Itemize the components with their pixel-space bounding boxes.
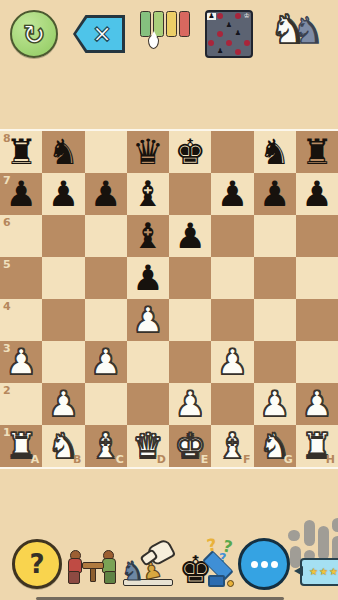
- square-f6[interactable]: [211, 215, 253, 257]
- store-logo-icon: [318, 526, 329, 560]
- mini-red-dot: [217, 13, 223, 19]
- mini-red-dot: [235, 13, 241, 19]
- rank-label: 1: [3, 426, 11, 439]
- rank-label: 4: [3, 300, 11, 313]
- piece-black-bishop[interactable]: ♝: [127, 173, 169, 215]
- piece-black-pawn[interactable]: ♟: [127, 257, 169, 299]
- mini-piece: ♟: [217, 48, 223, 55]
- square-h8[interactable]: ♜: [296, 131, 338, 173]
- square-c4[interactable]: [85, 299, 127, 341]
- square-c2[interactable]: [85, 383, 127, 425]
- mini-red-dot: [235, 49, 241, 55]
- stool-left-icon: [68, 571, 80, 584]
- mini-piece: ♟: [226, 22, 232, 29]
- mini-square: ♟: [207, 13, 216, 20]
- square-f3[interactable]: ♟: [211, 341, 253, 383]
- difficulty-button[interactable]: [140, 11, 190, 57]
- piece-white-pawn[interactable]: ♟: [42, 383, 84, 425]
- square-d1[interactable]: D♛: [127, 425, 169, 467]
- app-store-rate-badge[interactable]: ★★★: [288, 518, 338, 590]
- chess-board: 8♜♞♛♚♞♜7♟♟♟♝♟♟♟6♝♟5♟4♟3♟♟♟2♟♟♟♟1A♜B♞C♝D♛…: [0, 129, 338, 469]
- square-h4[interactable]: [296, 299, 338, 341]
- droplet-icon: [148, 35, 159, 49]
- square-b4[interactable]: [42, 299, 84, 341]
- square-g3[interactable]: [254, 341, 296, 383]
- piece-white-pawn[interactable]: ♟: [254, 383, 296, 425]
- square-a3[interactable]: 3♟: [0, 341, 42, 383]
- square-f2[interactable]: [211, 383, 253, 425]
- rank-label: 3: [3, 342, 11, 355]
- square-e2[interactable]: ♟: [169, 383, 211, 425]
- mini-square: [242, 40, 251, 46]
- square-b6[interactable]: [42, 215, 84, 257]
- square-a6[interactable]: 6: [0, 215, 42, 257]
- square-a4[interactable]: 4: [0, 299, 42, 341]
- square-g7[interactable]: ♟: [254, 173, 296, 215]
- square-g6[interactable]: [254, 215, 296, 257]
- square-c5[interactable]: [85, 257, 127, 299]
- mini-square: ♟: [216, 48, 225, 55]
- mini-square: [207, 40, 216, 46]
- mini-piece: ♟: [208, 13, 214, 20]
- rank-label: 8: [3, 132, 11, 145]
- board-setup-button[interactable]: ♞ ♟: [121, 540, 175, 588]
- square-h2[interactable]: ♟: [296, 383, 338, 425]
- piece-white-pawn[interactable]: ♟: [296, 383, 338, 425]
- store-logo-icon: [304, 520, 315, 546]
- file-label: B: [73, 453, 81, 466]
- chess-app-screen: ↻ × ♟♔♟♟♟ ♞ ♞ 8♜♞♛♚♞♜7♟♟♟♝♟♟♟6♝♟5♟4♟3♟♟♟…: [0, 0, 338, 600]
- square-e5[interactable]: [169, 257, 211, 299]
- dot-icon: [251, 561, 258, 568]
- square-f8[interactable]: [211, 131, 253, 173]
- mini-square: [233, 13, 242, 19]
- difficulty-bar: [166, 11, 177, 37]
- mini-square: ♟: [225, 22, 234, 29]
- square-h6[interactable]: [296, 215, 338, 257]
- piece-white-pawn[interactable]: ♟: [127, 299, 169, 341]
- square-d5[interactable]: ♟: [127, 257, 169, 299]
- mini-square: ♔: [242, 13, 251, 20]
- piece-black-pawn[interactable]: ♟: [296, 173, 338, 215]
- square-g2[interactable]: ♟: [254, 383, 296, 425]
- top-toolbar: ↻ × ♟♔♟♟♟ ♞ ♞: [0, 6, 338, 62]
- play-friend-button[interactable]: [66, 542, 118, 586]
- dot-icon: [261, 561, 268, 568]
- file-label: A: [31, 453, 40, 466]
- file-label: C: [116, 453, 124, 466]
- square-a5[interactable]: 5: [0, 257, 42, 299]
- piece-black-pawn[interactable]: ♟: [169, 215, 211, 257]
- square-d8[interactable]: ♛: [127, 131, 169, 173]
- help-button[interactable]: ?: [12, 539, 62, 589]
- file-label: F: [243, 453, 251, 466]
- square-b3[interactable]: [42, 341, 84, 383]
- square-a8[interactable]: 8♜: [0, 131, 42, 173]
- square-d4[interactable]: ♟: [127, 299, 169, 341]
- piece-white-pawn[interactable]: ♟: [169, 383, 211, 425]
- square-d2[interactable]: [127, 383, 169, 425]
- piece-black-pawn[interactable]: ♟: [211, 173, 253, 215]
- square-e8[interactable]: ♚: [169, 131, 211, 173]
- dot-icon: [271, 561, 278, 568]
- piece-black-pawn[interactable]: ♟: [42, 173, 84, 215]
- piece-black-pawn[interactable]: ♟: [85, 173, 127, 215]
- mini-square: [216, 31, 225, 37]
- mini-piece: ♟: [235, 30, 241, 37]
- square-c8[interactable]: [85, 131, 127, 173]
- square-g4[interactable]: [254, 299, 296, 341]
- square-e7[interactable]: [169, 173, 211, 215]
- square-c1[interactable]: C♝: [85, 425, 127, 467]
- cap-band-icon: [208, 575, 225, 587]
- piece-black-king[interactable]: ♚: [169, 131, 211, 173]
- square-g8[interactable]: ♞: [254, 131, 296, 173]
- square-h1[interactable]: H♜: [296, 425, 338, 467]
- undo-button[interactable]: ×: [73, 15, 125, 53]
- choose-side-button[interactable]: ♞ ♞: [268, 9, 324, 59]
- piece-black-pawn[interactable]: ♟: [254, 173, 296, 215]
- store-logo-icon: [332, 518, 338, 532]
- puzzle-board-button[interactable]: ♟♔♟♟♟: [205, 10, 253, 58]
- square-a7[interactable]: 7♟: [0, 173, 42, 215]
- square-b5[interactable]: [42, 257, 84, 299]
- mini-square: [225, 40, 234, 46]
- piece-black-knight[interactable]: ♞: [254, 131, 296, 173]
- difficulty-bar: [140, 11, 151, 37]
- rank-label: 2: [3, 384, 11, 397]
- file-label: G: [284, 453, 293, 466]
- square-b2[interactable]: ♟: [42, 383, 84, 425]
- learn-chess-button[interactable]: ♚ ? ? ?: [179, 539, 235, 589]
- square-a2[interactable]: 2: [0, 383, 42, 425]
- square-c3[interactable]: ♟: [85, 341, 127, 383]
- difficulty-bar: [179, 11, 190, 37]
- square-h5[interactable]: [296, 257, 338, 299]
- backspace-icon: ×: [76, 18, 122, 50]
- stars-icon: ★★★: [309, 567, 338, 577]
- square-c6[interactable]: [85, 215, 127, 257]
- x-glyph: ×: [92, 22, 112, 46]
- piece-black-knight[interactable]: ♞: [42, 131, 84, 173]
- square-f1[interactable]: F♝: [211, 425, 253, 467]
- square-d7[interactable]: ♝: [127, 173, 169, 215]
- square-h7[interactable]: ♟: [296, 173, 338, 215]
- file-label: D: [157, 453, 166, 466]
- square-b1[interactable]: B♞: [42, 425, 84, 467]
- mini-square: [216, 13, 225, 19]
- stool-right-icon: [104, 571, 116, 584]
- square-a1[interactable]: 1A♜: [0, 425, 42, 467]
- square-b8[interactable]: ♞: [42, 131, 84, 173]
- more-options-button[interactable]: [238, 538, 290, 590]
- piece-black-queen[interactable]: ♛: [127, 131, 169, 173]
- square-f5[interactable]: [211, 257, 253, 299]
- restart-button[interactable]: ↻: [10, 10, 58, 58]
- difficulty-bars-icon: [140, 11, 190, 37]
- square-e1[interactable]: E♚: [169, 425, 211, 467]
- mini-square: ♟: [233, 30, 242, 37]
- store-logo-icon: [288, 530, 300, 541]
- piece-white-pawn[interactable]: ♟: [211, 341, 253, 383]
- mini-red-dot: [226, 40, 232, 46]
- file-label: H: [326, 453, 335, 466]
- square-d6[interactable]: ♝: [127, 215, 169, 257]
- square-e3[interactable]: [169, 341, 211, 383]
- mini-red-dot: [217, 31, 223, 37]
- question-mark-icon: ?: [29, 551, 44, 577]
- piece-black-rook[interactable]: ♜: [296, 131, 338, 173]
- square-b7[interactable]: ♟: [42, 173, 84, 215]
- file-label: E: [201, 453, 209, 466]
- square-e4[interactable]: [169, 299, 211, 341]
- piece-white-pawn[interactable]: ♟: [85, 341, 127, 383]
- square-e6[interactable]: ♟: [169, 215, 211, 257]
- square-f4[interactable]: [211, 299, 253, 341]
- cap-tassel-icon: [227, 580, 234, 587]
- mini-red-dot: [244, 40, 250, 46]
- mini-piece: ♔: [243, 13, 249, 20]
- piece-black-bishop[interactable]: ♝: [127, 215, 169, 257]
- square-h3[interactable]: [296, 341, 338, 383]
- square-c7[interactable]: ♟: [85, 173, 127, 215]
- table-leg-icon: [90, 568, 96, 582]
- square-g1[interactable]: G♞: [254, 425, 296, 467]
- white-knight-icon: ♞: [270, 9, 306, 49]
- restart-icon: ↻: [23, 21, 46, 48]
- rating-bubble-icon: ★★★: [300, 558, 338, 586]
- square-g5[interactable]: [254, 257, 296, 299]
- bottom-toolbar: ? ♞ ♟ ♚ ? ? ?: [0, 536, 338, 592]
- rank-label: 5: [3, 258, 11, 271]
- mini-red-dot: [208, 40, 214, 46]
- mini-square: [233, 49, 242, 55]
- rank-label: 7: [3, 174, 11, 187]
- square-f7[interactable]: ♟: [211, 173, 253, 215]
- square-d3[interactable]: [127, 341, 169, 383]
- rank-label: 6: [3, 216, 11, 229]
